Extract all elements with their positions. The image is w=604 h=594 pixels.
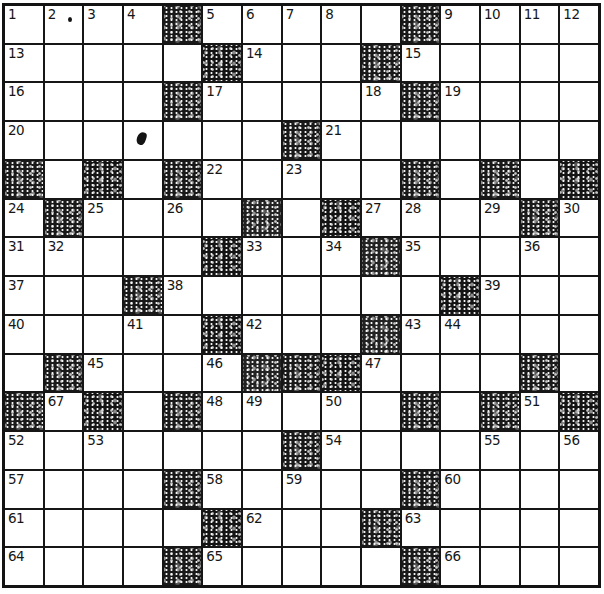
cell-r13c14[interactable]: [521, 471, 559, 508]
cell-r15c13[interactable]: [481, 548, 519, 585]
cell-r7c1[interactable]: 31: [5, 238, 43, 275]
clue-number: 57: [8, 472, 24, 487]
cell-r9c2[interactable]: [45, 316, 83, 353]
cell-r11c1-block: [5, 393, 43, 430]
cell-r14c3[interactable]: [84, 510, 122, 547]
cell-r5c6[interactable]: 22: [203, 161, 241, 198]
cell-r11c11-block: [402, 393, 440, 430]
clue-number: 35: [405, 239, 421, 254]
clue-number: 67: [48, 394, 64, 409]
cell-r3c10[interactable]: 18: [362, 83, 400, 120]
cell-r8c14[interactable]: [521, 277, 559, 314]
clue-number: 42: [246, 317, 262, 332]
clue-number: 59: [286, 472, 302, 487]
cell-r14c1[interactable]: 61: [5, 510, 43, 547]
cell-r4c4[interactable]: [124, 122, 162, 159]
clue-number: 45: [87, 356, 103, 371]
cell-r7c12[interactable]: [441, 238, 479, 275]
cell-r1c10[interactable]: [362, 6, 400, 43]
cell-r13c13[interactable]: [481, 471, 519, 508]
cell-r10c6[interactable]: 46: [203, 355, 241, 392]
cell-r2c15[interactable]: [560, 45, 598, 82]
cell-r4c15[interactable]: [560, 122, 598, 159]
cell-r13c8[interactable]: 59: [283, 471, 321, 508]
clue-number: 34: [325, 239, 341, 254]
crossword-scan-page: 1234567891011121314151617181920212223242…: [0, 0, 604, 594]
cell-r12c8-block: [283, 432, 321, 469]
clue-number: 63: [405, 511, 421, 526]
clue-number: 32: [48, 239, 64, 254]
cell-r14c6-block: [203, 510, 241, 547]
clue-number: 5: [206, 7, 214, 22]
cell-r1c11-block: [402, 6, 440, 43]
cell-r7c11[interactable]: 35: [402, 238, 440, 275]
cell-r15c10[interactable]: [362, 548, 400, 585]
clue-number: 29: [484, 201, 500, 216]
clue-number: 53: [87, 433, 103, 448]
cell-r8c4-block: [124, 277, 162, 314]
cell-r8c12-block: [441, 277, 479, 314]
cell-r3c14[interactable]: [521, 83, 559, 120]
cell-r13c7[interactable]: [243, 471, 281, 508]
cell-r12c1[interactable]: 52: [5, 432, 43, 469]
cell-r9c10-block: [362, 316, 400, 353]
cell-r14c11[interactable]: 63: [402, 510, 440, 547]
cell-r3c1[interactable]: 16: [5, 83, 43, 120]
cell-r8c15[interactable]: [560, 277, 598, 314]
cell-r3c13[interactable]: [481, 83, 519, 120]
cell-r11c14[interactable]: 51: [521, 393, 559, 430]
cell-r5c4[interactable]: [124, 161, 162, 198]
clue-number: 21: [325, 123, 341, 138]
clue-number: 19: [444, 84, 460, 99]
cell-r13c12[interactable]: 60: [441, 471, 479, 508]
cell-r14c7[interactable]: 62: [243, 510, 281, 547]
clue-number: 64: [8, 549, 24, 564]
cell-r6c10[interactable]: 27: [362, 200, 400, 237]
cell-r12c12[interactable]: [441, 432, 479, 469]
cell-r7c4[interactable]: [124, 238, 162, 275]
cell-r3c4[interactable]: [124, 83, 162, 120]
cell-r2c11[interactable]: 15: [402, 45, 440, 82]
cell-r5c12[interactable]: [441, 161, 479, 198]
cell-r3c3[interactable]: [84, 83, 122, 120]
cell-r15c12[interactable]: 66: [441, 548, 479, 585]
cell-r6c6[interactable]: [203, 200, 241, 237]
cell-r15c4[interactable]: [124, 548, 162, 585]
cell-r7c8[interactable]: [283, 238, 321, 275]
cell-r4c9[interactable]: 21: [322, 122, 360, 159]
cell-r1c7[interactable]: 6: [243, 6, 281, 43]
cell-r10c2-block: [45, 355, 83, 392]
cell-r14c13[interactable]: [481, 510, 519, 547]
clue-number: 28: [405, 201, 421, 216]
cell-r6c9-block: [322, 200, 360, 237]
cell-r4c13[interactable]: [481, 122, 519, 159]
cell-r9c12[interactable]: 44: [441, 316, 479, 353]
cell-r15c3[interactable]: [84, 548, 122, 585]
clue-number: 60: [444, 472, 460, 487]
cell-r12c5[interactable]: [164, 432, 202, 469]
cell-r13c3[interactable]: [84, 471, 122, 508]
clue-number: 31: [8, 239, 24, 254]
cell-r8c5[interactable]: 38: [164, 277, 202, 314]
cell-r13c6[interactable]: 58: [203, 471, 241, 508]
cell-r13c4[interactable]: [124, 471, 162, 508]
clue-number: 50: [325, 394, 341, 409]
print-artifact-dot: [68, 17, 72, 22]
cell-r13c5-block: [164, 471, 202, 508]
cell-r3c6[interactable]: 17: [203, 83, 241, 120]
cell-r11c6[interactable]: 48: [203, 393, 241, 430]
cell-r3c15[interactable]: [560, 83, 598, 120]
clue-number: 3: [87, 7, 95, 22]
cell-r4c3[interactable]: [84, 122, 122, 159]
cell-r12c6[interactable]: [203, 432, 241, 469]
clue-number: 4: [127, 7, 135, 22]
cell-r6c15[interactable]: 30: [560, 200, 598, 237]
clue-number: 24: [8, 201, 24, 216]
cell-r4c12[interactable]: [441, 122, 479, 159]
clue-number: 52: [8, 433, 24, 448]
cell-r8c11[interactable]: [402, 277, 440, 314]
cell-r9c14[interactable]: [521, 316, 559, 353]
cell-r11c3-block: [84, 393, 122, 430]
cell-r5c11-block: [402, 161, 440, 198]
cell-r12c3[interactable]: 53: [84, 432, 122, 469]
cell-r1c15[interactable]: 12: [560, 6, 598, 43]
cell-r2c8[interactable]: [283, 45, 321, 82]
clue-number: 62: [246, 511, 262, 526]
cell-r5c5-block: [164, 161, 202, 198]
cell-r13c1[interactable]: 57: [5, 471, 43, 508]
cell-r2c5[interactable]: [164, 45, 202, 82]
cell-r9c11[interactable]: 43: [402, 316, 440, 353]
clue-number: 66: [444, 549, 460, 564]
cell-r9c7[interactable]: 42: [243, 316, 281, 353]
cell-r1c1[interactable]: 1: [5, 6, 43, 43]
cell-r8c2[interactable]: [45, 277, 83, 314]
cell-r6c14-block: [521, 200, 559, 237]
cell-r11c15-block: [560, 393, 598, 430]
cell-r7c15[interactable]: [560, 238, 598, 275]
cell-r6c7-block: [243, 200, 281, 237]
clue-number: 48: [206, 394, 222, 409]
clue-number: 65: [206, 549, 222, 564]
cell-r15c1[interactable]: 64: [5, 548, 43, 585]
cell-r5c13-block: [481, 161, 519, 198]
cell-r14c10-block: [362, 510, 400, 547]
cell-r10c8-block: [283, 355, 321, 392]
cell-r5c14[interactable]: [521, 161, 559, 198]
cell-r14c2[interactable]: [45, 510, 83, 547]
cell-r14c4[interactable]: [124, 510, 162, 547]
cell-r5c9[interactable]: [322, 161, 360, 198]
cell-r15c14[interactable]: [521, 548, 559, 585]
cell-r7c3[interactable]: [84, 238, 122, 275]
cell-r11c8[interactable]: [283, 393, 321, 430]
cell-r5c1-block: [5, 161, 43, 198]
cell-r11c9[interactable]: 50: [322, 393, 360, 430]
cell-r11c7[interactable]: 49: [243, 393, 281, 430]
cell-r14c8[interactable]: [283, 510, 321, 547]
cell-r12c4[interactable]: [124, 432, 162, 469]
cell-r7c13[interactable]: [481, 238, 519, 275]
clue-number: 37: [8, 278, 24, 293]
cell-r15c6[interactable]: 65: [203, 548, 241, 585]
cell-r6c4[interactable]: [124, 200, 162, 237]
cell-r5c2[interactable]: [45, 161, 83, 198]
cell-r15c5-block: [164, 548, 202, 585]
cell-r2c3[interactable]: [84, 45, 122, 82]
cell-r6c11[interactable]: 28: [402, 200, 440, 237]
clue-number: 23: [286, 162, 302, 177]
cell-r6c2-block: [45, 200, 83, 237]
cell-r7c5[interactable]: [164, 238, 202, 275]
cell-r3c9[interactable]: [322, 83, 360, 120]
clue-number: 8: [325, 7, 333, 22]
cell-r7c2[interactable]: 32: [45, 238, 83, 275]
cell-r10c11[interactable]: [402, 355, 440, 392]
cell-r10c5[interactable]: [164, 355, 202, 392]
clue-number: 22: [206, 162, 222, 177]
cell-r4c5[interactable]: [164, 122, 202, 159]
cell-r10c4[interactable]: [124, 355, 162, 392]
cell-r15c7[interactable]: [243, 548, 281, 585]
clue-number: 36: [524, 239, 540, 254]
clue-number: 26: [167, 201, 183, 216]
cell-r4c6[interactable]: [203, 122, 241, 159]
clue-number: 51: [524, 394, 540, 409]
cell-r10c9-block: [322, 355, 360, 392]
cell-r2c2[interactable]: [45, 45, 83, 82]
cell-r1c9[interactable]: 8: [322, 6, 360, 43]
cell-r10c14-block: [521, 355, 559, 392]
cell-r4c10[interactable]: [362, 122, 400, 159]
clue-number: 38: [167, 278, 183, 293]
cell-r9c6-block: [203, 316, 241, 353]
clue-number: 14: [246, 46, 262, 61]
clue-number: 54: [325, 433, 341, 448]
cell-r3c7[interactable]: [243, 83, 281, 120]
cell-r7c14[interactable]: 36: [521, 238, 559, 275]
cell-r2c9[interactable]: [322, 45, 360, 82]
cell-r8c8[interactable]: [283, 277, 321, 314]
cell-r4c11[interactable]: [402, 122, 440, 159]
clue-number: 46: [206, 356, 222, 371]
cell-r12c11[interactable]: [402, 432, 440, 469]
clue-number: 6: [246, 7, 254, 22]
cell-r6c1[interactable]: 24: [5, 200, 43, 237]
cell-r15c11-block: [402, 548, 440, 585]
clue-number: 7: [286, 7, 294, 22]
clue-number: 33: [246, 239, 262, 254]
clue-number: 41: [127, 317, 143, 332]
cell-r10c7-block: [243, 355, 281, 392]
cell-r14c15[interactable]: [560, 510, 598, 547]
cell-r14c12[interactable]: [441, 510, 479, 547]
cell-r2c1[interactable]: 13: [5, 45, 43, 82]
clue-number: 12: [563, 7, 579, 22]
clue-number: 18: [365, 84, 381, 99]
cell-r11c4[interactable]: [124, 393, 162, 430]
clue-number: 9: [444, 7, 452, 22]
cell-r13c10[interactable]: [362, 471, 400, 508]
cell-r8c6[interactable]: [203, 277, 241, 314]
clue-number: 40: [8, 317, 24, 332]
cell-r15c8[interactable]: [283, 548, 321, 585]
cell-r12c10[interactable]: [362, 432, 400, 469]
cell-r1c14[interactable]: 11: [521, 6, 559, 43]
cell-r8c7[interactable]: [243, 277, 281, 314]
cell-r9c9[interactable]: [322, 316, 360, 353]
cell-r12c9[interactable]: 54: [322, 432, 360, 469]
cell-r12c14[interactable]: [521, 432, 559, 469]
cell-r5c3-block: [84, 161, 122, 198]
cell-r1c8[interactable]: 7: [283, 6, 321, 43]
clue-number: 13: [8, 46, 24, 61]
cell-r4c8-block: [283, 122, 321, 159]
cell-r15c15[interactable]: [560, 548, 598, 585]
cell-r2c4[interactable]: [124, 45, 162, 82]
cell-r13c2[interactable]: [45, 471, 83, 508]
cell-r6c8[interactable]: [283, 200, 321, 237]
cell-r14c5[interactable]: [164, 510, 202, 547]
cell-r9c1[interactable]: 40: [5, 316, 43, 353]
cell-r9c4[interactable]: 41: [124, 316, 162, 353]
cell-r7c9[interactable]: 34: [322, 238, 360, 275]
cell-r13c9[interactable]: [322, 471, 360, 508]
cell-r4c7[interactable]: [243, 122, 281, 159]
clue-number: 16: [8, 84, 24, 99]
cell-r1c2[interactable]: 2: [45, 6, 83, 43]
cell-r9c15[interactable]: [560, 316, 598, 353]
clue-number: 43: [405, 317, 421, 332]
cell-r4c14[interactable]: [521, 122, 559, 159]
cell-r8c1[interactable]: 37: [5, 277, 43, 314]
cell-r6c3[interactable]: 25: [84, 200, 122, 237]
clue-number: 39: [484, 278, 500, 293]
cell-r8c9[interactable]: [322, 277, 360, 314]
clue-number: 2: [48, 7, 56, 22]
cell-r10c3[interactable]: 45: [84, 355, 122, 392]
cell-r4c2[interactable]: [45, 122, 83, 159]
cell-r11c2[interactable]: 67: [45, 393, 83, 430]
cell-r14c14[interactable]: [521, 510, 559, 547]
cell-r10c15[interactable]: [560, 355, 598, 392]
clue-number: 17: [206, 84, 222, 99]
cell-r8c10[interactable]: [362, 277, 400, 314]
cell-r9c13[interactable]: [481, 316, 519, 353]
cell-r1c13[interactable]: 10: [481, 6, 519, 43]
clue-number: 15: [405, 46, 421, 61]
cell-r10c10[interactable]: 47: [362, 355, 400, 392]
cell-r13c15[interactable]: [560, 471, 598, 508]
cell-r10c13[interactable]: [481, 355, 519, 392]
cell-r1c6[interactable]: 5: [203, 6, 241, 43]
cell-r7c6-block: [203, 238, 241, 275]
cell-r3c5-block: [164, 83, 202, 120]
clue-number: 56: [563, 433, 579, 448]
clue-number: 25: [87, 201, 103, 216]
cell-r2c13[interactable]: [481, 45, 519, 82]
crossword-grid: 1234567891011121314151617181920212223242…: [2, 3, 601, 588]
print-artifact-blob: [135, 131, 148, 146]
cell-r3c12[interactable]: 19: [441, 83, 479, 120]
cell-r11c10[interactable]: [362, 393, 400, 430]
clue-number: 55: [484, 433, 500, 448]
cell-r5c8[interactable]: 23: [283, 161, 321, 198]
cell-r15c9[interactable]: [322, 548, 360, 585]
cell-r5c7[interactable]: [243, 161, 281, 198]
cell-r10c1[interactable]: [5, 355, 43, 392]
cell-r9c3[interactable]: [84, 316, 122, 353]
cell-r4c1[interactable]: 20: [5, 122, 43, 159]
cell-r6c5[interactable]: 26: [164, 200, 202, 237]
cell-r8c3[interactable]: [84, 277, 122, 314]
cell-r15c2[interactable]: [45, 548, 83, 585]
cell-r8c13[interactable]: 39: [481, 277, 519, 314]
cell-r2c14[interactable]: [521, 45, 559, 82]
clue-number: 30: [563, 201, 579, 216]
cell-r6c13[interactable]: 29: [481, 200, 519, 237]
cell-r11c12[interactable]: [441, 393, 479, 430]
clue-number: 61: [8, 511, 24, 526]
clue-number: 1: [8, 7, 16, 22]
cell-r1c12[interactable]: 9: [441, 6, 479, 43]
cell-r7c10-block: [362, 238, 400, 275]
cell-r13c11-block: [402, 471, 440, 508]
clue-number: 10: [484, 7, 500, 22]
cell-r2c12[interactable]: [441, 45, 479, 82]
clue-number: 27: [365, 201, 381, 216]
cell-r3c8[interactable]: [283, 83, 321, 120]
cell-r6c12[interactable]: [441, 200, 479, 237]
cell-r2c7[interactable]: 14: [243, 45, 281, 82]
cell-r12c2[interactable]: [45, 432, 83, 469]
cell-r12c15[interactable]: 56: [560, 432, 598, 469]
cell-r3c2[interactable]: [45, 83, 83, 120]
cell-r12c7[interactable]: [243, 432, 281, 469]
cell-r1c5-block: [164, 6, 202, 43]
cell-r12c13[interactable]: 55: [481, 432, 519, 469]
cell-r7c7[interactable]: 33: [243, 238, 281, 275]
cell-r2c6-block: [203, 45, 241, 82]
clue-number: 11: [524, 7, 540, 22]
cell-r1c3[interactable]: 3: [84, 6, 122, 43]
cell-r11c5-block: [164, 393, 202, 430]
cell-r1c4[interactable]: 4: [124, 6, 162, 43]
clue-number: 44: [444, 317, 460, 332]
cell-r3c11-block: [402, 83, 440, 120]
cell-r11c13-block: [481, 393, 519, 430]
clue-number: 49: [246, 394, 262, 409]
cell-r14c9[interactable]: [322, 510, 360, 547]
cell-r2c10-block: [362, 45, 400, 82]
cell-r5c10[interactable]: [362, 161, 400, 198]
cell-r9c8[interactable]: [283, 316, 321, 353]
cell-r10c12[interactable]: [441, 355, 479, 392]
clue-number: 47: [365, 356, 381, 371]
cell-r9c5[interactable]: [164, 316, 202, 353]
clue-number: 58: [206, 472, 222, 487]
clue-number: 20: [8, 123, 24, 138]
cell-r5c15-block: [560, 161, 598, 198]
